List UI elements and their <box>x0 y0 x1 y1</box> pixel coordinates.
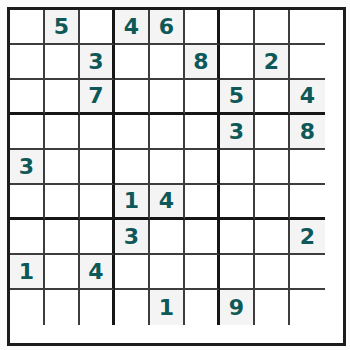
cell-r6c4[interactable]: 1 <box>115 185 150 220</box>
cell-r2c8[interactable]: 2 <box>255 45 290 80</box>
cell-r2c4[interactable] <box>115 45 150 80</box>
cell-r6c8[interactable] <box>255 185 290 220</box>
cell-r7c1[interactable] <box>10 220 45 255</box>
cell-r1c5[interactable]: 6 <box>150 10 185 45</box>
cell-r4c1[interactable] <box>10 115 45 150</box>
cell-r8c7[interactable] <box>220 255 255 290</box>
cell-r5c5[interactable] <box>150 150 185 185</box>
cell-r5c1[interactable]: 3 <box>10 150 45 185</box>
cell-r7c5[interactable] <box>150 220 185 255</box>
cell-r3c4[interactable] <box>115 80 150 115</box>
cell-r1c8[interactable] <box>255 10 290 45</box>
cell-r1c4[interactable]: 4 <box>115 10 150 45</box>
cell-r1c6[interactable] <box>185 10 220 45</box>
cell-r8c4[interactable] <box>115 255 150 290</box>
cell-r4c3[interactable] <box>80 115 115 150</box>
cell-r5c8[interactable] <box>255 150 290 185</box>
cell-r2c7[interactable] <box>220 45 255 80</box>
cell-r7c8[interactable] <box>255 220 290 255</box>
cell-r6c1[interactable] <box>10 185 45 220</box>
cell-r8c6[interactable] <box>185 255 220 290</box>
cell-r2c1[interactable] <box>10 45 45 80</box>
cell-r3c2[interactable] <box>45 80 80 115</box>
cell-r2c3[interactable]: 3 <box>80 45 115 80</box>
cell-r4c4[interactable] <box>115 115 150 150</box>
cell-r2c2[interactable] <box>45 45 80 80</box>
cell-r3c1[interactable] <box>10 80 45 115</box>
cell-r3c8[interactable] <box>255 80 290 115</box>
cell-r1c7[interactable] <box>220 10 255 45</box>
cell-r3c7[interactable]: 5 <box>220 80 255 115</box>
cell-r8c2[interactable] <box>45 255 80 290</box>
cell-r1c2[interactable]: 5 <box>45 10 80 45</box>
cell-r9c8[interactable] <box>255 290 290 325</box>
cell-r5c2[interactable] <box>45 150 80 185</box>
cell-r9c4[interactable] <box>115 290 150 325</box>
sudoku-board: 54638275438314321419 <box>7 7 346 346</box>
cell-r3c6[interactable] <box>185 80 220 115</box>
board-margin: 54638275438314321419 <box>0 0 350 350</box>
cell-r7c9[interactable]: 2 <box>290 220 325 255</box>
cell-r7c2[interactable] <box>45 220 80 255</box>
cell-r8c8[interactable] <box>255 255 290 290</box>
cell-r5c3[interactable] <box>80 150 115 185</box>
cell-r6c2[interactable] <box>45 185 80 220</box>
cell-r1c9[interactable] <box>290 10 325 45</box>
cell-r8c1[interactable]: 1 <box>10 255 45 290</box>
cell-r9c7[interactable]: 9 <box>220 290 255 325</box>
cell-r9c3[interactable] <box>80 290 115 325</box>
cell-r8c9[interactable] <box>290 255 325 290</box>
cell-r8c5[interactable] <box>150 255 185 290</box>
cell-r3c9[interactable]: 4 <box>290 80 325 115</box>
cell-r6c6[interactable] <box>185 185 220 220</box>
cell-r6c3[interactable] <box>80 185 115 220</box>
cell-r7c3[interactable] <box>80 220 115 255</box>
cell-r4c8[interactable] <box>255 115 290 150</box>
cell-r5c4[interactable] <box>115 150 150 185</box>
cell-r6c5[interactable]: 4 <box>150 185 185 220</box>
cell-r4c9[interactable]: 8 <box>290 115 325 150</box>
cell-r8c3[interactable]: 4 <box>80 255 115 290</box>
cell-r2c9[interactable] <box>290 45 325 80</box>
cell-r3c3[interactable]: 7 <box>80 80 115 115</box>
cell-r5c7[interactable] <box>220 150 255 185</box>
cell-r7c7[interactable] <box>220 220 255 255</box>
cell-r1c1[interactable] <box>10 10 45 45</box>
cell-r2c5[interactable] <box>150 45 185 80</box>
cell-r7c6[interactable] <box>185 220 220 255</box>
cell-r9c1[interactable] <box>10 290 45 325</box>
cell-r5c6[interactable] <box>185 150 220 185</box>
cell-r2c6[interactable]: 8 <box>185 45 220 80</box>
cell-r5c9[interactable] <box>290 150 325 185</box>
cell-r3c5[interactable] <box>150 80 185 115</box>
cell-r4c5[interactable] <box>150 115 185 150</box>
cell-r7c4[interactable]: 3 <box>115 220 150 255</box>
cell-r9c5[interactable]: 1 <box>150 290 185 325</box>
cell-r9c9[interactable] <box>290 290 325 325</box>
cell-r4c2[interactable] <box>45 115 80 150</box>
cell-r9c2[interactable] <box>45 290 80 325</box>
cell-r1c3[interactable] <box>80 10 115 45</box>
cell-r4c7[interactable]: 3 <box>220 115 255 150</box>
cell-r6c9[interactable] <box>290 185 325 220</box>
cell-r6c7[interactable] <box>220 185 255 220</box>
cell-r4c6[interactable] <box>185 115 220 150</box>
cell-r9c6[interactable] <box>185 290 220 325</box>
